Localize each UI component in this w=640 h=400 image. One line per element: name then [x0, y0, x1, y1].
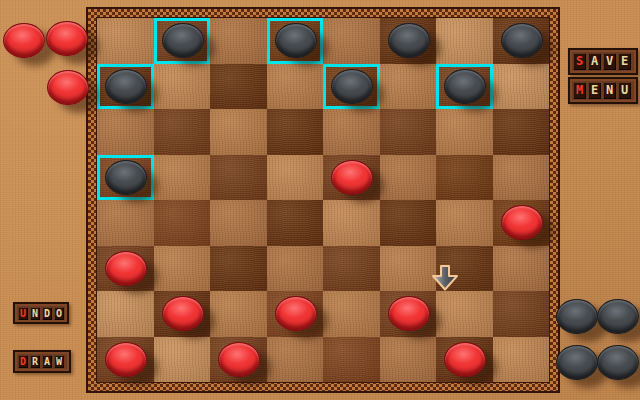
button-letter: E [618, 53, 631, 70]
square-r8c8[interactable] [493, 337, 550, 383]
captured-red-piece [3, 23, 45, 58]
square-r3c8[interactable] [493, 109, 550, 155]
red-piece[interactable] [105, 251, 147, 286]
square-r1c8[interactable] [493, 18, 550, 64]
square-r6c4[interactable] [267, 246, 324, 292]
square-r1c2[interactable] [154, 18, 211, 64]
checkers-board [86, 7, 560, 393]
square-r3c6[interactable] [380, 109, 437, 155]
square-r4c2[interactable] [154, 155, 211, 201]
red-piece[interactable] [388, 296, 430, 331]
square-r8c6[interactable] [380, 337, 437, 383]
down-arrow-cursor [431, 265, 459, 291]
square-r1c7[interactable] [436, 18, 493, 64]
square-r1c3[interactable] [210, 18, 267, 64]
black-piece[interactable] [444, 69, 486, 104]
square-r5c4[interactable] [267, 200, 324, 246]
square-r5c3[interactable] [210, 200, 267, 246]
square-r7c7[interactable] [436, 291, 493, 337]
button-letter: W [54, 355, 64, 368]
square-r2c1[interactable] [97, 64, 154, 110]
menu-button[interactable]: MENU [568, 77, 638, 104]
square-r2c4[interactable] [267, 64, 324, 110]
square-r3c2[interactable] [154, 109, 211, 155]
board-border-band [88, 9, 558, 391]
captured-red-piece [46, 21, 88, 56]
draw-button[interactable]: DRAW [13, 350, 71, 373]
button-letter: U [18, 307, 28, 320]
black-piece[interactable] [162, 23, 204, 58]
square-r3c1[interactable] [97, 109, 154, 155]
square-r1c4[interactable] [267, 18, 324, 64]
square-r4c1[interactable] [97, 155, 154, 201]
button-letter: D [42, 307, 52, 320]
square-r3c3[interactable] [210, 109, 267, 155]
red-piece[interactable] [218, 342, 260, 377]
square-r4c6[interactable] [380, 155, 437, 201]
board-inner-frame [96, 17, 550, 383]
square-r8c3[interactable] [210, 337, 267, 383]
square-r2c8[interactable] [493, 64, 550, 110]
square-r4c5[interactable] [323, 155, 380, 201]
red-piece[interactable] [275, 296, 317, 331]
red-piece[interactable] [162, 296, 204, 331]
red-piece[interactable] [331, 160, 373, 195]
square-r2c5[interactable] [323, 64, 380, 110]
square-r6c3[interactable] [210, 246, 267, 292]
button-letter: U [618, 82, 631, 99]
square-r1c5[interactable] [323, 18, 380, 64]
square-r7c4[interactable] [267, 291, 324, 337]
black-piece[interactable] [105, 160, 147, 195]
square-r6c1[interactable] [97, 246, 154, 292]
square-r5c6[interactable] [380, 200, 437, 246]
captured-black-piece [597, 299, 639, 334]
square-r6c5[interactable] [323, 246, 380, 292]
square-r7c3[interactable] [210, 291, 267, 337]
button-letter: S [573, 53, 586, 70]
captured-black-piece [556, 299, 598, 334]
square-r5c2[interactable] [154, 200, 211, 246]
black-piece[interactable] [105, 69, 147, 104]
square-r4c8[interactable] [493, 155, 550, 201]
square-r2c3[interactable] [210, 64, 267, 110]
red-piece[interactable] [501, 205, 543, 240]
square-r5c5[interactable] [323, 200, 380, 246]
black-piece[interactable] [501, 23, 543, 58]
captured-red-piece [47, 70, 89, 105]
button-letter: N [30, 307, 40, 320]
square-r5c1[interactable] [97, 200, 154, 246]
square-r8c2[interactable] [154, 337, 211, 383]
button-letter: R [30, 355, 40, 368]
square-r5c8[interactable] [493, 200, 550, 246]
captured-black-piece [597, 345, 639, 380]
square-r5c7[interactable] [436, 200, 493, 246]
button-letter: N [603, 82, 616, 99]
square-r2c6[interactable] [380, 64, 437, 110]
button-letter: V [603, 53, 616, 70]
button-letter: M [573, 82, 586, 99]
square-r8c5[interactable] [323, 337, 380, 383]
red-piece[interactable] [444, 342, 486, 377]
square-r2c2[interactable] [154, 64, 211, 110]
square-r8c7[interactable] [436, 337, 493, 383]
square-r4c3[interactable] [210, 155, 267, 201]
black-piece[interactable] [275, 23, 317, 58]
square-r6c2[interactable] [154, 246, 211, 292]
square-r1c1[interactable] [97, 18, 154, 64]
button-letter: A [588, 53, 601, 70]
square-r7c6[interactable] [380, 291, 437, 337]
square-r3c7[interactable] [436, 109, 493, 155]
square-r7c8[interactable] [493, 291, 550, 337]
square-r6c6[interactable] [380, 246, 437, 292]
square-r7c5[interactable] [323, 291, 380, 337]
square-r3c4[interactable] [267, 109, 324, 155]
square-r4c7[interactable] [436, 155, 493, 201]
square-r7c2[interactable] [154, 291, 211, 337]
square-r2c7[interactable] [436, 64, 493, 110]
black-piece[interactable] [331, 69, 373, 104]
square-r6c8[interactable] [493, 246, 550, 292]
square-r4c4[interactable] [267, 155, 324, 201]
square-r8c1[interactable] [97, 337, 154, 383]
game-screen: SAVE MENU UNDO DRAW [0, 0, 640, 400]
square-r7c1[interactable] [97, 291, 154, 337]
button-letter: A [42, 355, 52, 368]
save-button[interactable]: SAVE [568, 48, 638, 75]
button-letter: O [54, 307, 64, 320]
square-r3c5[interactable] [323, 109, 380, 155]
undo-button[interactable]: UNDO [13, 302, 69, 324]
button-letter: E [588, 82, 601, 99]
square-r8c4[interactable] [267, 337, 324, 383]
button-letter: D [18, 355, 28, 368]
red-piece[interactable] [105, 342, 147, 377]
square-r1c6[interactable] [380, 18, 437, 64]
black-piece[interactable] [388, 23, 430, 58]
board-grid [97, 18, 549, 382]
captured-black-piece [556, 345, 598, 380]
